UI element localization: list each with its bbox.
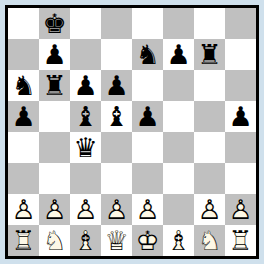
square-c4[interactable]: ♛ [70,132,101,163]
square-e1[interactable]: ♚♔ [132,225,163,256]
white-bishop-piece[interactable]: ♗ [70,225,101,256]
square-g8[interactable] [194,8,225,39]
square-h7[interactable] [225,39,256,70]
white-knight-piece[interactable]: ♘ [194,225,225,256]
square-a5[interactable]: ♟ [8,101,39,132]
square-a7[interactable] [8,39,39,70]
square-f5[interactable] [163,101,194,132]
black-bishop-piece[interactable]: ♝ [70,101,101,132]
square-c1[interactable]: ♝♗ [70,225,101,256]
square-b3[interactable] [39,163,70,194]
square-c8[interactable] [70,8,101,39]
square-d3[interactable] [101,163,132,194]
black-pawn-piece[interactable]: ♟ [132,101,163,132]
white-pawn-piece[interactable]: ♙ [70,194,101,225]
square-e7[interactable]: ♞ [132,39,163,70]
square-h8[interactable] [225,8,256,39]
page-background: ♚♟♞♟♜♞♜♟♟♟♝♝♟♟♛♟♙♟♙♟♙♟♙♟♙♟♙♟♙♜♖♞♘♝♗♛♕♚♔♝… [0,0,264,264]
white-rook-piece[interactable]: ♖ [8,225,39,256]
square-f4[interactable] [163,132,194,163]
white-pawn-piece[interactable]: ♙ [225,194,256,225]
chess-board-grid: ♚♟♞♟♜♞♜♟♟♟♝♝♟♟♛♟♙♟♙♟♙♟♙♟♙♟♙♟♙♜♖♞♘♝♗♛♕♚♔♝… [8,8,256,256]
white-pawn-piece[interactable]: ♙ [132,194,163,225]
black-pawn-piece[interactable]: ♟ [8,101,39,132]
black-pawn-piece[interactable]: ♟ [70,70,101,101]
square-f8[interactable] [163,8,194,39]
white-pawn-piece[interactable]: ♙ [101,194,132,225]
square-a4[interactable] [8,132,39,163]
square-d7[interactable] [101,39,132,70]
black-bishop-piece[interactable]: ♝ [101,101,132,132]
square-g1[interactable]: ♞♘ [194,225,225,256]
square-g2[interactable]: ♟♙ [194,194,225,225]
square-e8[interactable] [132,8,163,39]
square-b1[interactable]: ♞♘ [39,225,70,256]
square-c7[interactable] [70,39,101,70]
square-b6[interactable]: ♜ [39,70,70,101]
square-a8[interactable] [8,8,39,39]
black-knight-piece[interactable]: ♞ [132,39,163,70]
square-g5[interactable] [194,101,225,132]
white-pawn-piece[interactable]: ♙ [8,194,39,225]
square-f1[interactable]: ♝♗ [163,225,194,256]
square-g6[interactable] [194,70,225,101]
black-king-piece[interactable]: ♚ [39,8,70,39]
square-f6[interactable] [163,70,194,101]
white-bishop-piece[interactable]: ♗ [163,225,194,256]
white-rook-piece[interactable]: ♖ [225,225,256,256]
square-c5[interactable]: ♝ [70,101,101,132]
black-queen-piece[interactable]: ♛ [70,132,101,163]
square-e5[interactable]: ♟ [132,101,163,132]
square-d8[interactable] [101,8,132,39]
square-d5[interactable]: ♝ [101,101,132,132]
square-e2[interactable]: ♟♙ [132,194,163,225]
black-knight-piece[interactable]: ♞ [8,70,39,101]
square-b5[interactable] [39,101,70,132]
white-queen-piece[interactable]: ♕ [101,225,132,256]
square-f2[interactable] [163,194,194,225]
square-d1[interactable]: ♛♕ [101,225,132,256]
square-d2[interactable]: ♟♙ [101,194,132,225]
black-rook-piece[interactable]: ♜ [194,39,225,70]
square-e6[interactable] [132,70,163,101]
square-b8[interactable]: ♚ [39,8,70,39]
square-h2[interactable]: ♟♙ [225,194,256,225]
square-a6[interactable]: ♞ [8,70,39,101]
black-pawn-piece[interactable]: ♟ [225,101,256,132]
square-g4[interactable] [194,132,225,163]
square-h4[interactable] [225,132,256,163]
square-e3[interactable] [132,163,163,194]
square-h3[interactable] [225,163,256,194]
square-g7[interactable]: ♜ [194,39,225,70]
black-rook-piece[interactable]: ♜ [39,70,70,101]
square-h6[interactable] [225,70,256,101]
square-a1[interactable]: ♜♖ [8,225,39,256]
chess-board-frame: ♚♟♞♟♜♞♜♟♟♟♝♝♟♟♛♟♙♟♙♟♙♟♙♟♙♟♙♟♙♜♖♞♘♝♗♛♕♚♔♝… [5,5,259,259]
square-h1[interactable]: ♜♖ [225,225,256,256]
square-c3[interactable] [70,163,101,194]
square-a3[interactable] [8,163,39,194]
square-g3[interactable] [194,163,225,194]
black-pawn-piece[interactable]: ♟ [39,39,70,70]
square-c6[interactable]: ♟ [70,70,101,101]
square-f7[interactable]: ♟ [163,39,194,70]
square-c2[interactable]: ♟♙ [70,194,101,225]
square-b2[interactable]: ♟♙ [39,194,70,225]
square-b7[interactable]: ♟ [39,39,70,70]
square-d4[interactable] [101,132,132,163]
square-d6[interactable]: ♟ [101,70,132,101]
white-knight-piece[interactable]: ♘ [39,225,70,256]
square-h5[interactable]: ♟ [225,101,256,132]
square-a2[interactable]: ♟♙ [8,194,39,225]
white-king-piece[interactable]: ♔ [132,225,163,256]
white-pawn-piece[interactable]: ♙ [39,194,70,225]
black-pawn-piece[interactable]: ♟ [163,39,194,70]
square-e4[interactable] [132,132,163,163]
white-pawn-piece[interactable]: ♙ [194,194,225,225]
black-pawn-piece[interactable]: ♟ [101,70,132,101]
square-b4[interactable] [39,132,70,163]
square-f3[interactable] [163,163,194,194]
